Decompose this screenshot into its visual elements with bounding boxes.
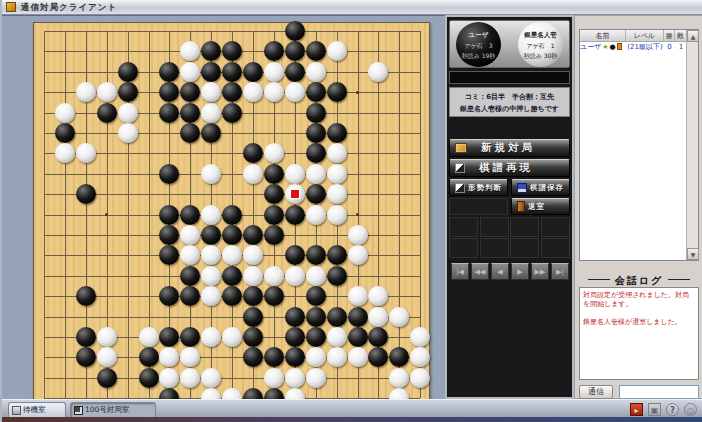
white-stone: [327, 143, 347, 163]
window-bottom-edge: [2, 417, 702, 422]
black-stone-icon: ●: [610, 44, 616, 51]
message-strip: [449, 71, 570, 84]
board-room-icon: [74, 406, 83, 415]
scroll-down-icon[interactable]: ▼: [687, 248, 699, 260]
black-byoyomi: 秒読み 19秒: [456, 52, 501, 61]
black-stone: [97, 368, 117, 388]
white-stone: [327, 41, 347, 61]
window-title: 通信対局クライアント: [21, 2, 117, 14]
black-stone: [348, 327, 368, 347]
player-list-header: 名前レベル勝敗: [580, 30, 687, 42]
black-stone: [285, 327, 305, 347]
black-stone: [306, 143, 326, 163]
chat-log-header: 会話ログ: [579, 269, 699, 283]
white-stone: [348, 347, 368, 367]
white-stone: [306, 62, 326, 82]
white-stone: [118, 103, 138, 123]
white-captures: アゲ石 1: [518, 42, 563, 51]
button-label: 形勢判断: [468, 183, 502, 193]
white-stone: [285, 368, 305, 388]
goban-3d-icon: [455, 143, 467, 153]
room-icon: [12, 406, 21, 415]
white-stone: [285, 82, 305, 102]
rule-left: [588, 279, 610, 280]
chat-log-title: 会話ログ: [615, 274, 663, 288]
black-stone: [139, 368, 159, 388]
player-info-card: ユーザ アゲ石 3 秒読み 19秒 銀星名人壱 アゲ石 1 秒読み 30秒: [449, 20, 570, 68]
black-stone: [264, 184, 284, 204]
white-stone: [389, 368, 409, 388]
tab-waiting-room[interactable]: 待機室: [8, 402, 66, 417]
white-stone: [285, 184, 305, 204]
leave-room-button[interactable]: 退室: [511, 198, 570, 215]
black-stone: [201, 62, 221, 82]
black-stone: [180, 103, 200, 123]
empty-slot: [541, 217, 570, 237]
black-player-stone: ユーザ アゲ石 3 秒読み 19秒: [456, 22, 501, 67]
nav-fast-forward-button[interactable]: ▶▶: [531, 263, 549, 280]
black-stone: [264, 205, 284, 225]
button-label: 棋譜保存: [530, 183, 564, 193]
roster-level: (21級以下): [627, 43, 662, 51]
send-button[interactable]: 通信: [579, 385, 613, 399]
button-label: 新規対局: [481, 141, 535, 155]
white-stone: [55, 103, 75, 123]
nav-first-button[interactable]: |◀: [451, 263, 469, 280]
black-stone: [222, 205, 242, 225]
empty-button-slot: [449, 198, 508, 215]
door-icon: [517, 201, 525, 212]
judge-button[interactable]: 形勢判断: [449, 179, 508, 196]
white-stone: [180, 62, 200, 82]
black-stone: [327, 123, 347, 143]
black-stone: [348, 307, 368, 327]
chat-message: 対局設定が受理されました。対局を開始します。: [583, 291, 695, 309]
empty-slot-grid: [449, 217, 570, 259]
white-stone: [306, 347, 326, 367]
rule-right: [668, 279, 690, 280]
white-stone: [306, 266, 326, 286]
empty-slot: [541, 238, 570, 258]
white-stone: [97, 347, 117, 367]
black-stone: [180, 266, 200, 286]
white-stone: [201, 205, 221, 225]
black-stone: [306, 41, 326, 61]
chat-log-box: 対局設定が受理されました。対局を開始します。銀星名人壱様が退室しました。: [579, 287, 699, 380]
empty-slot: [449, 217, 478, 237]
empty-slot: [480, 238, 509, 258]
white-stone: [306, 368, 326, 388]
white-byoyomi: 秒読み 30秒: [518, 52, 563, 61]
chat-message: 銀星名人壱様が退室しました。: [583, 318, 695, 327]
black-stone: [306, 103, 326, 123]
black-stone: [306, 184, 326, 204]
black-stone: [285, 62, 305, 82]
black-stone: [243, 307, 263, 327]
white-stone: [306, 164, 326, 184]
white-stone: [201, 164, 221, 184]
button-label: 退室: [528, 202, 545, 212]
lobby-panel: 名前レベル勝敗 ユーザ★●(21級以下)01 ▲ ▼ 会話ログ 対局設定が受理さ…: [574, 15, 702, 399]
empty-slot: [510, 238, 539, 258]
white-stone: [243, 164, 263, 184]
komi-handicap-line: コミ：6目半 手合割：互先: [450, 91, 569, 103]
player-list-row[interactable]: ユーザ★●(21級以下)01: [580, 42, 687, 53]
black-stone: [306, 327, 326, 347]
black-stone: [180, 205, 200, 225]
white-stone: [327, 347, 347, 367]
player-list[interactable]: 名前レベル勝敗 ユーザ★●(21級以下)01 ▲ ▼: [579, 29, 699, 261]
scroll-up-icon[interactable]: ▲: [687, 30, 699, 42]
black-stone: [159, 103, 179, 123]
white-stone: [222, 327, 242, 347]
column-header-0[interactable]: 名前: [580, 30, 626, 42]
white-stone: [97, 327, 117, 347]
black-stone: [306, 82, 326, 102]
black-stone: [264, 225, 284, 245]
black-stone: [327, 82, 347, 102]
black-stone: [243, 327, 263, 347]
white-stone: [76, 82, 96, 102]
tray-icon[interactable]: ▣: [648, 403, 661, 416]
black-captures: アゲ石 3: [456, 42, 501, 51]
black-stone: [97, 103, 117, 123]
button-label: 棋譜再現: [479, 161, 533, 175]
black-stone: [327, 245, 347, 265]
white-stone: [201, 368, 221, 388]
title-bar[interactable]: 通信対局クライアント: [2, 0, 702, 15]
white-stone: [97, 82, 117, 102]
black-stone: [139, 347, 159, 367]
white-stone: [348, 245, 368, 265]
black-stone: [285, 21, 305, 41]
black-stone: [327, 307, 347, 327]
white-stone: [410, 368, 430, 388]
black-stone: [306, 307, 326, 327]
black-stone: [55, 123, 75, 143]
white-stone: [306, 205, 326, 225]
grid-line-v: [399, 31, 400, 398]
black-stone: [76, 184, 96, 204]
white-stone: [285, 164, 305, 184]
white-stone: [264, 62, 284, 82]
black-stone: [264, 164, 284, 184]
white-stone: [201, 266, 221, 286]
white-stone: [201, 103, 221, 123]
player-list-scrollbar[interactable]: ▲ ▼: [686, 30, 698, 260]
nav-back-button[interactable]: ◀: [491, 263, 509, 280]
empty-slot: [510, 217, 539, 237]
white-stone: [348, 286, 368, 306]
white-stone: [243, 266, 263, 286]
black-stone: [222, 103, 242, 123]
black-stone: [306, 245, 326, 265]
black-stone: [243, 62, 263, 82]
tab-label: 100号対局室: [85, 405, 129, 414]
white-stone: [327, 205, 347, 225]
move-navigation-row: |◀◀◀◀▶▶▶▶|: [449, 263, 570, 281]
last-move-marker: [290, 189, 300, 199]
black-player-name: ユーザ: [456, 31, 501, 40]
white-stone: [327, 184, 347, 204]
white-player-name: 銀星名人壱: [518, 31, 563, 40]
nav-forward-button[interactable]: ▶: [511, 263, 529, 280]
black-stone: [285, 307, 305, 327]
chat-input[interactable]: [619, 385, 699, 399]
white-stone: [180, 368, 200, 388]
black-stone: [76, 286, 96, 306]
white-stone: [389, 307, 409, 327]
floppy-icon: [517, 183, 527, 193]
replay-button[interactable]: 棋譜再現: [449, 159, 570, 177]
white-stone: [368, 307, 388, 327]
game-info-box: コミ：6目半 手合割：互先 銀星名人壱様の中押し勝ちです: [449, 87, 570, 117]
nav-last-button[interactable]: ▶|: [551, 263, 569, 280]
black-stone: [159, 205, 179, 225]
exit-icon[interactable]: ▸: [630, 403, 643, 416]
empty-slot: [449, 238, 478, 258]
room-taskbar: 待機室100号対局室▸▣?◌: [2, 399, 702, 417]
white-stone: [139, 327, 159, 347]
app-icon: [6, 2, 16, 12]
help-icon[interactable]: ?: [666, 403, 679, 416]
status-icon[interactable]: ◌: [684, 403, 697, 416]
white-stone: [264, 266, 284, 286]
roster-losses: 1: [679, 43, 683, 51]
black-stone: [306, 286, 326, 306]
white-stone: [264, 82, 284, 102]
board-icon: [455, 183, 465, 193]
star-icon: ★: [602, 44, 608, 51]
tab-label: 待機室: [23, 405, 46, 414]
white-player-stone: 銀星名人壱 アゲ石 1 秒読み 30秒: [518, 22, 563, 67]
roster-wins: 0: [667, 43, 671, 51]
black-stone: [118, 62, 138, 82]
board-area: [2, 15, 445, 399]
black-stone: [285, 205, 305, 225]
white-stone: [327, 327, 347, 347]
black-stone: [243, 225, 263, 245]
board-icon: [455, 163, 465, 173]
go-board[interactable]: [33, 22, 430, 403]
black-stone: [264, 286, 284, 306]
star-point: [356, 91, 359, 94]
black-stone: [306, 123, 326, 143]
roster-name: ユーザ: [580, 43, 601, 51]
white-stone: [285, 266, 305, 286]
white-stone: [348, 225, 368, 245]
black-stone: [327, 266, 347, 286]
new-game-button[interactable]: 新規対局: [449, 139, 570, 157]
black-stone: [222, 225, 242, 245]
tab-game-room[interactable]: 100号対局室: [70, 402, 156, 417]
white-stone: [327, 164, 347, 184]
empty-slot: [480, 217, 509, 237]
white-stone: [118, 123, 138, 143]
black-stone: [222, 62, 242, 82]
app-window: 通信対局クライアント ユーザ アゲ石 3 秒読み 19秒 銀星名人壱 アゲ石 1…: [0, 0, 702, 422]
column-header-2[interactable]: 勝: [664, 30, 675, 42]
chat-send-row: 通信: [579, 385, 699, 400]
result-line: 銀星名人壱様の中押し勝ちです: [450, 103, 569, 115]
save-record-button[interactable]: 棋譜保存: [511, 179, 570, 196]
white-stone: [264, 368, 284, 388]
black-stone: [222, 266, 242, 286]
column-header-1[interactable]: レベル: [626, 30, 664, 42]
nav-fast-back-button[interactable]: ◀◀: [471, 263, 489, 280]
black-stone: [76, 327, 96, 347]
black-stone: [118, 82, 138, 102]
game-control-panel: ユーザ アゲ石 3 秒読み 19秒 銀星名人壱 アゲ石 1 秒読み 30秒 コミ…: [445, 15, 574, 399]
orange-badge-icon: [617, 43, 622, 50]
